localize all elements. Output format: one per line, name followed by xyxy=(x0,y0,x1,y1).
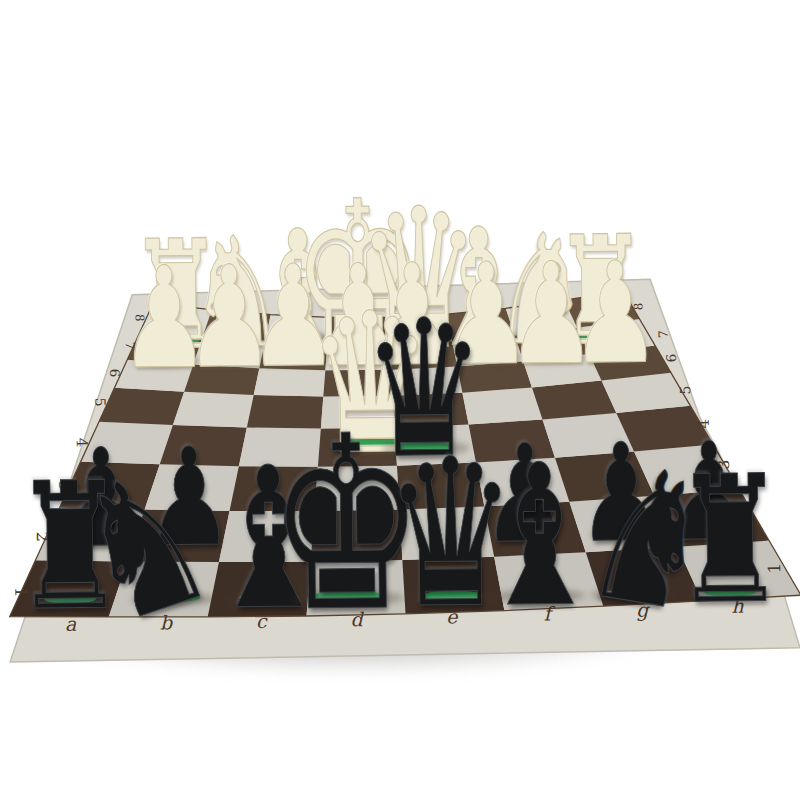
board-tilt-wrapper: abcdefgh1234567812345678 ♜♞♝♚♛♝♞♜♟♟♟♟♟♟♟… xyxy=(0,0,800,800)
square-c1 xyxy=(207,561,311,617)
rank-label-left-3: 3 xyxy=(55,480,73,490)
rank-label-left-4: 4 xyxy=(73,437,91,447)
rank-label-left-6: 6 xyxy=(107,369,122,378)
rank-label-left-8: 8 xyxy=(132,314,146,322)
rank-label-left-1: 1 xyxy=(11,586,31,597)
rank-label-right-3: 3 xyxy=(715,460,733,470)
square-e6 xyxy=(391,367,462,396)
square-e5 xyxy=(393,393,469,428)
square-c6 xyxy=(253,368,325,398)
square-b2 xyxy=(127,509,230,563)
square-f5 xyxy=(462,387,542,424)
square-a6 xyxy=(114,359,193,392)
chess-board-mat: abcdefgh1234567812345678 xyxy=(0,0,800,800)
rank-label-right-1: 1 xyxy=(764,563,784,574)
square-c2 xyxy=(218,510,315,563)
square-e4 xyxy=(395,425,476,466)
square-c3 xyxy=(229,465,318,512)
file-label-a: a xyxy=(65,613,77,635)
square-d5 xyxy=(321,396,395,429)
square-c8 xyxy=(265,314,330,345)
square-c4 xyxy=(238,427,321,468)
square-f2 xyxy=(484,502,585,557)
rank-label-left-7: 7 xyxy=(123,342,138,350)
square-b7 xyxy=(193,337,265,369)
rank-label-left-5: 5 xyxy=(92,398,108,407)
file-label-h: h xyxy=(731,595,744,617)
square-e8 xyxy=(388,314,452,344)
square-e2 xyxy=(399,506,494,560)
file-label-b: b xyxy=(160,611,174,633)
square-b5 xyxy=(173,391,254,428)
file-label-e: e xyxy=(446,605,459,627)
square-b4 xyxy=(159,424,247,467)
square-c7 xyxy=(259,342,328,371)
rank-label-right-2: 2 xyxy=(738,508,757,519)
rank-label-right-4: 4 xyxy=(695,419,713,429)
square-b6 xyxy=(184,364,260,396)
square-f3 xyxy=(476,458,569,507)
product-photo-stage: abcdefgh1234567812345678 ♜♞♝♚♛♝♞♜♟♟♟♟♟♟♟… xyxy=(0,0,800,800)
rank-label-right-5: 5 xyxy=(677,385,693,394)
square-b3 xyxy=(144,463,239,511)
square-d3 xyxy=(314,466,399,511)
rank-label-right-8: 8 xyxy=(631,303,645,311)
square-f4 xyxy=(469,419,555,462)
rank-label-left-2: 2 xyxy=(33,531,52,542)
square-d4 xyxy=(317,428,396,467)
square-d2 xyxy=(310,509,402,561)
square-b1 xyxy=(108,561,219,618)
file-label-d: d xyxy=(350,608,364,630)
square-g5 xyxy=(532,380,616,419)
square-c5 xyxy=(247,394,324,429)
square-d7 xyxy=(325,344,391,370)
rank-label-right-7: 7 xyxy=(656,330,671,338)
square-d8 xyxy=(327,317,390,345)
square-d6 xyxy=(323,369,393,396)
square-e3 xyxy=(397,462,484,509)
file-label-c: c xyxy=(256,610,268,632)
square-e7 xyxy=(390,341,457,370)
rank-label-right-6: 6 xyxy=(664,354,679,363)
square-f6 xyxy=(457,361,532,393)
